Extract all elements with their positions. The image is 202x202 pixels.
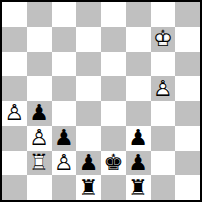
square-h7[interactable]: [175, 27, 200, 52]
chess-board: ♚♔♟♙♟♙♟♟♙♟♟♜♖♟♙♟♚♟♜♜: [0, 0, 202, 202]
square-c8[interactable]: [52, 2, 77, 27]
black-pawn-icon: ♟: [27, 101, 52, 126]
square-a6[interactable]: [2, 52, 27, 77]
square-c2[interactable]: ♟♙: [52, 151, 77, 176]
square-e6[interactable]: [101, 52, 126, 77]
square-d2[interactable]: ♟: [76, 151, 101, 176]
black-pawn-icon: ♟: [126, 126, 151, 151]
square-c7[interactable]: [52, 27, 77, 52]
square-a2[interactable]: [2, 151, 27, 176]
square-f1[interactable]: ♜: [126, 175, 151, 200]
black-pawn-icon: ♟: [76, 151, 101, 176]
square-h3[interactable]: [175, 126, 200, 151]
square-a5[interactable]: [2, 76, 27, 101]
square-h5[interactable]: [175, 76, 200, 101]
piece-black-pawn: ♟: [27, 101, 52, 126]
square-a7[interactable]: [2, 27, 27, 52]
black-rook-icon: ♜: [76, 175, 101, 200]
piece-black-king: ♚: [101, 151, 126, 176]
white-pawn-icon: ♙: [151, 76, 176, 101]
white-pawn-icon: ♙: [52, 151, 77, 176]
square-b8[interactable]: [27, 2, 52, 27]
white-pawn-icon: ♙: [27, 126, 52, 151]
white-rook-icon: ♖: [27, 151, 52, 176]
square-d8[interactable]: [76, 2, 101, 27]
square-e2[interactable]: ♚: [101, 151, 126, 176]
piece-black-rook: ♜: [126, 175, 151, 200]
square-f5[interactable]: [126, 76, 151, 101]
black-king-icon: ♚: [101, 151, 126, 176]
square-f8[interactable]: [126, 2, 151, 27]
square-f7[interactable]: [126, 27, 151, 52]
square-e1[interactable]: [101, 175, 126, 200]
square-a8[interactable]: [2, 2, 27, 27]
square-f3[interactable]: ♟: [126, 126, 151, 151]
square-h6[interactable]: [175, 52, 200, 77]
piece-black-pawn: ♟: [126, 126, 151, 151]
square-f6[interactable]: [126, 52, 151, 77]
square-h8[interactable]: [175, 2, 200, 27]
square-d3[interactable]: [76, 126, 101, 151]
square-e4[interactable]: [101, 101, 126, 126]
square-e8[interactable]: [101, 2, 126, 27]
black-pawn-icon: ♟: [126, 151, 151, 176]
piece-black-rook: ♜: [76, 175, 101, 200]
square-g2[interactable]: [151, 151, 176, 176]
square-b1[interactable]: [27, 175, 52, 200]
piece-white-rook: ♜♖: [27, 151, 52, 176]
square-f2[interactable]: ♟: [126, 151, 151, 176]
square-g8[interactable]: [151, 2, 176, 27]
square-d1[interactable]: ♜: [76, 175, 101, 200]
square-b2[interactable]: ♜♖: [27, 151, 52, 176]
square-c5[interactable]: [52, 76, 77, 101]
piece-white-pawn: ♟♙: [52, 151, 77, 176]
piece-black-pawn: ♟: [76, 151, 101, 176]
piece-white-pawn: ♟♙: [2, 101, 27, 126]
piece-black-pawn: ♟: [52, 126, 77, 151]
piece-white-pawn: ♟♙: [151, 76, 176, 101]
square-g7[interactable]: ♚♔: [151, 27, 176, 52]
square-g1[interactable]: [151, 175, 176, 200]
white-pawn-icon: ♙: [2, 101, 27, 126]
square-b4[interactable]: ♟: [27, 101, 52, 126]
square-c6[interactable]: [52, 52, 77, 77]
square-a4[interactable]: ♟♙: [2, 101, 27, 126]
square-d7[interactable]: [76, 27, 101, 52]
square-e7[interactable]: [101, 27, 126, 52]
square-d6[interactable]: [76, 52, 101, 77]
square-h1[interactable]: [175, 175, 200, 200]
black-rook-icon: ♜: [126, 175, 151, 200]
piece-black-pawn: ♟: [126, 151, 151, 176]
white-king-icon: ♔: [151, 27, 176, 52]
square-b3[interactable]: ♟♙: [27, 126, 52, 151]
square-h2[interactable]: [175, 151, 200, 176]
square-c1[interactable]: [52, 175, 77, 200]
square-d5[interactable]: [76, 76, 101, 101]
square-a3[interactable]: [2, 126, 27, 151]
black-pawn-icon: ♟: [52, 126, 77, 151]
square-b7[interactable]: [27, 27, 52, 52]
piece-white-king: ♚♔: [151, 27, 176, 52]
square-f4[interactable]: [126, 101, 151, 126]
square-c4[interactable]: [52, 101, 77, 126]
square-b5[interactable]: [27, 76, 52, 101]
square-e5[interactable]: [101, 76, 126, 101]
square-a1[interactable]: [2, 175, 27, 200]
square-c3[interactable]: ♟: [52, 126, 77, 151]
square-g6[interactable]: [151, 52, 176, 77]
square-g5[interactable]: ♟♙: [151, 76, 176, 101]
chess-board-grid: ♚♔♟♙♟♙♟♟♙♟♟♜♖♟♙♟♚♟♜♜: [2, 2, 200, 200]
square-b6[interactable]: [27, 52, 52, 77]
square-g4[interactable]: [151, 101, 176, 126]
square-h4[interactable]: [175, 101, 200, 126]
square-g3[interactable]: [151, 126, 176, 151]
piece-white-pawn: ♟♙: [27, 126, 52, 151]
square-e3[interactable]: [101, 126, 126, 151]
square-d4[interactable]: [76, 101, 101, 126]
